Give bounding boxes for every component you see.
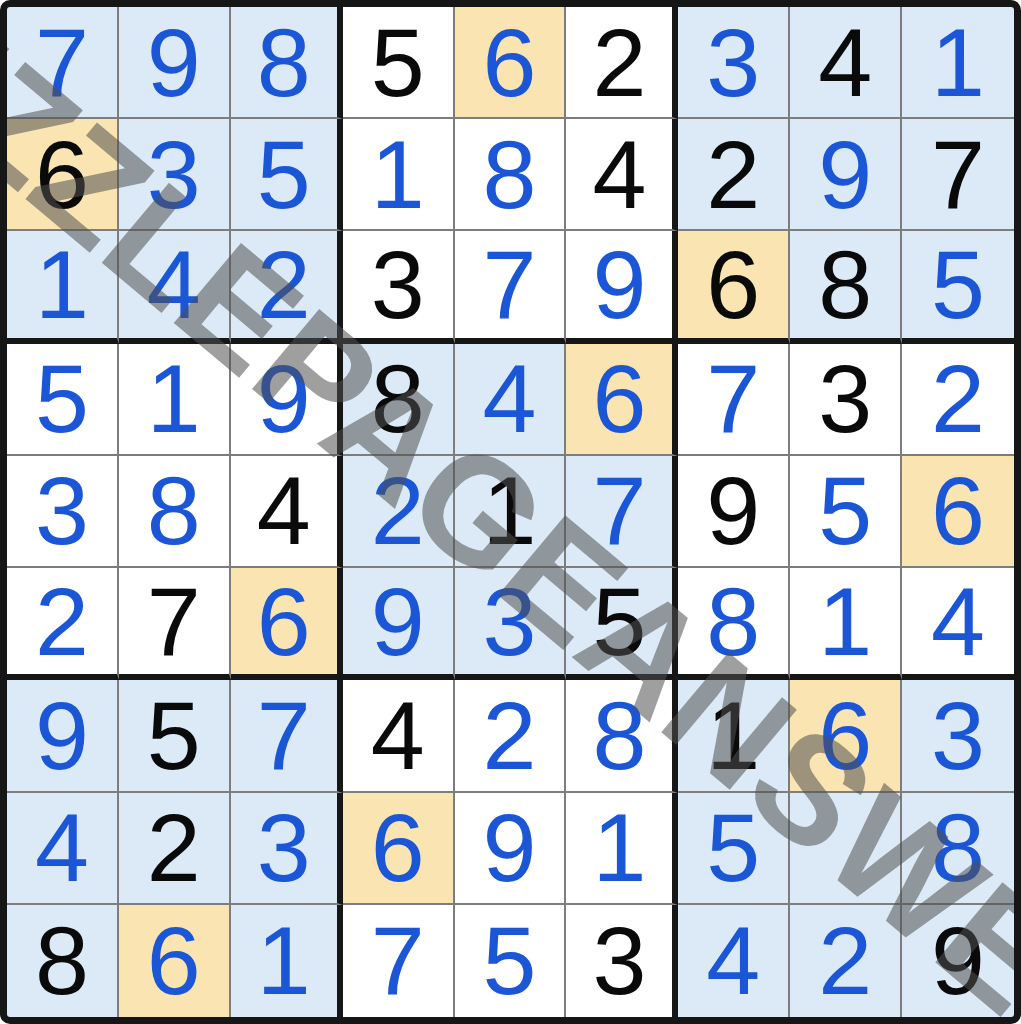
cell-r3c7[interactable]: 6 (678, 231, 790, 343)
cell-r1c9[interactable]: 1 (902, 7, 1014, 119)
cell-r8c6[interactable]: 1 (566, 793, 678, 905)
cell-r2c4[interactable]: 1 (343, 119, 455, 231)
cell-r4c1[interactable]: 5 (7, 344, 119, 456)
cell-r3c9[interactable]: 5 (902, 231, 1014, 343)
cell-r7c1[interactable]: 9 (7, 680, 119, 792)
cell-r1c6[interactable]: 2 (566, 7, 678, 119)
sudoku-board: 7985623416351842971423796855198467323842… (0, 0, 1021, 1024)
cell-r1c7[interactable]: 3 (678, 7, 790, 119)
cell-r7c2[interactable]: 5 (119, 680, 231, 792)
cell-r9c7[interactable]: 4 (678, 905, 790, 1017)
cell-r3c6[interactable]: 9 (566, 231, 678, 343)
cell-r5c7[interactable]: 9 (678, 456, 790, 568)
cell-r9c6[interactable]: 3 (566, 905, 678, 1017)
cell-r5c9[interactable]: 6 (902, 456, 1014, 568)
cell-r4c7[interactable]: 7 (678, 344, 790, 456)
cell-r1c4[interactable]: 5 (343, 7, 455, 119)
cell-r5c3[interactable]: 4 (231, 456, 343, 568)
cell-r4c2[interactable]: 1 (119, 344, 231, 456)
cell-r9c4[interactable]: 7 (343, 905, 455, 1017)
cell-r8c9[interactable]: 8 (902, 793, 1014, 905)
cell-r9c9[interactable]: 9 (902, 905, 1014, 1017)
cell-r4c4[interactable]: 8 (343, 344, 455, 456)
cell-r1c3[interactable]: 8 (231, 7, 343, 119)
cell-r9c1[interactable]: 8 (7, 905, 119, 1017)
cell-r6c3[interactable]: 6 (231, 568, 343, 680)
cell-r2c5[interactable]: 8 (455, 119, 567, 231)
cell-r2c8[interactable]: 9 (790, 119, 902, 231)
cell-r3c2[interactable]: 4 (119, 231, 231, 343)
cell-r3c8[interactable]: 8 (790, 231, 902, 343)
cell-r6c7[interactable]: 8 (678, 568, 790, 680)
cell-r5c1[interactable]: 3 (7, 456, 119, 568)
cell-r1c2[interactable]: 9 (119, 7, 231, 119)
cell-r1c8[interactable]: 4 (790, 7, 902, 119)
cell-r3c1[interactable]: 1 (7, 231, 119, 343)
cell-r6c4[interactable]: 9 (343, 568, 455, 680)
cell-r9c3[interactable]: 1 (231, 905, 343, 1017)
cell-r5c2[interactable]: 8 (119, 456, 231, 568)
cell-r7c4[interactable]: 4 (343, 680, 455, 792)
cell-r5c4[interactable]: 2 (343, 456, 455, 568)
cell-r4c8[interactable]: 3 (790, 344, 902, 456)
cell-r3c4[interactable]: 3 (343, 231, 455, 343)
cell-r7c5[interactable]: 2 (455, 680, 567, 792)
cell-r3c5[interactable]: 7 (455, 231, 567, 343)
cell-r4c6[interactable]: 6 (566, 344, 678, 456)
cell-r8c3[interactable]: 3 (231, 793, 343, 905)
cell-r7c9[interactable]: 3 (902, 680, 1014, 792)
cell-r8c4[interactable]: 6 (343, 793, 455, 905)
cell-r5c5[interactable]: 1 (455, 456, 567, 568)
cell-r7c8[interactable]: 6 (790, 680, 902, 792)
cell-r8c7[interactable]: 5 (678, 793, 790, 905)
cell-r4c5[interactable]: 4 (455, 344, 567, 456)
cell-r1c1[interactable]: 7 (7, 7, 119, 119)
cell-r8c2[interactable]: 2 (119, 793, 231, 905)
cell-r6c5[interactable]: 3 (455, 568, 567, 680)
cell-r8c8[interactable] (790, 793, 902, 905)
cell-r5c8[interactable]: 5 (790, 456, 902, 568)
cell-r9c2[interactable]: 6 (119, 905, 231, 1017)
cell-r8c1[interactable]: 4 (7, 793, 119, 905)
cell-r7c3[interactable]: 7 (231, 680, 343, 792)
cell-r2c1[interactable]: 6 (7, 119, 119, 231)
cell-r7c6[interactable]: 8 (566, 680, 678, 792)
cell-r1c5[interactable]: 6 (455, 7, 567, 119)
cell-r6c8[interactable]: 1 (790, 568, 902, 680)
cell-r8c5[interactable]: 9 (455, 793, 567, 905)
cell-r2c6[interactable]: 4 (566, 119, 678, 231)
cell-r2c3[interactable]: 5 (231, 119, 343, 231)
cell-r6c6[interactable]: 5 (566, 568, 678, 680)
cell-r4c3[interactable]: 9 (231, 344, 343, 456)
cell-r4c9[interactable]: 2 (902, 344, 1014, 456)
cell-r7c7[interactable]: 1 (678, 680, 790, 792)
cell-r2c9[interactable]: 7 (902, 119, 1014, 231)
cell-r2c2[interactable]: 3 (119, 119, 231, 231)
cell-r3c3[interactable]: 2 (231, 231, 343, 343)
cell-r2c7[interactable]: 2 (678, 119, 790, 231)
cell-r5c6[interactable]: 7 (566, 456, 678, 568)
cell-r9c8[interactable]: 2 (790, 905, 902, 1017)
cell-r6c2[interactable]: 7 (119, 568, 231, 680)
cell-r9c5[interactable]: 5 (455, 905, 567, 1017)
cell-r6c1[interactable]: 2 (7, 568, 119, 680)
sudoku-grid: 7985623416351842971423796855198467323842… (7, 7, 1014, 1017)
cell-r6c9[interactable]: 4 (902, 568, 1014, 680)
